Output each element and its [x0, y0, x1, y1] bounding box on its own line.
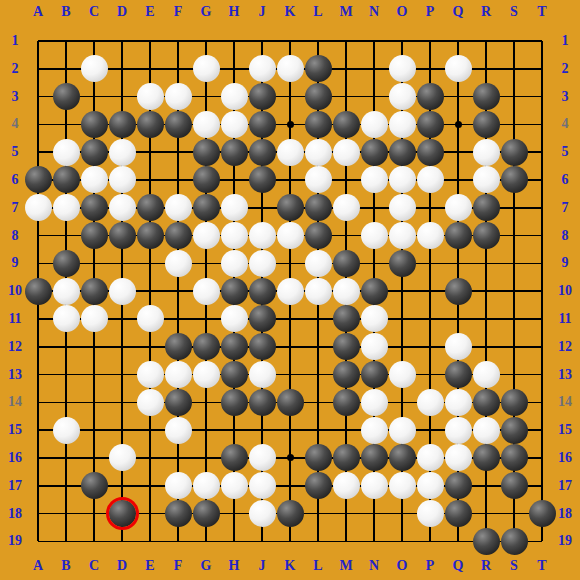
black-stone[interactable] — [25, 278, 52, 305]
black-stone[interactable] — [249, 139, 276, 166]
go-board[interactable] — [24, 27, 556, 555]
board-intersection-T4[interactable] — [528, 110, 556, 138]
board-intersection-O1[interactable] — [388, 27, 416, 55]
board-intersection-P19[interactable] — [416, 527, 444, 555]
board-intersection-F9[interactable] — [164, 249, 192, 277]
board-intersection-D12[interactable] — [108, 333, 136, 361]
board-intersection-H18[interactable] — [220, 500, 248, 528]
board-intersection-Q15[interactable] — [444, 416, 472, 444]
board-intersection-T10[interactable] — [528, 277, 556, 305]
board-intersection-N2[interactable] — [360, 55, 388, 83]
black-stone[interactable] — [473, 389, 500, 416]
board-intersection-L17[interactable] — [304, 472, 332, 500]
white-stone[interactable] — [333, 278, 360, 305]
white-stone[interactable] — [109, 194, 136, 221]
black-stone[interactable] — [221, 444, 248, 471]
board-intersection-K3[interactable] — [276, 83, 304, 111]
board-intersection-D11[interactable] — [108, 305, 136, 333]
board-intersection-D17[interactable] — [108, 472, 136, 500]
board-intersection-Q17[interactable] — [444, 472, 472, 500]
board-intersection-A8[interactable] — [24, 222, 52, 250]
board-intersection-Q9[interactable] — [444, 249, 472, 277]
black-stone[interactable] — [221, 333, 248, 360]
black-stone[interactable] — [277, 194, 304, 221]
board-intersection-J10[interactable] — [248, 277, 276, 305]
board-intersection-M10[interactable] — [332, 277, 360, 305]
black-stone[interactable] — [501, 417, 528, 444]
white-stone[interactable] — [305, 250, 332, 277]
board-intersection-L6[interactable] — [304, 166, 332, 194]
board-intersection-J4[interactable] — [248, 110, 276, 138]
black-stone[interactable] — [333, 250, 360, 277]
black-stone[interactable] — [305, 55, 332, 82]
white-stone[interactable] — [389, 472, 416, 499]
board-intersection-O3[interactable] — [388, 83, 416, 111]
white-stone[interactable] — [417, 166, 444, 193]
board-intersection-F18[interactable] — [164, 500, 192, 528]
board-intersection-E19[interactable] — [136, 527, 164, 555]
board-intersection-O8[interactable] — [388, 222, 416, 250]
board-intersection-Q7[interactable] — [444, 194, 472, 222]
white-stone[interactable] — [389, 55, 416, 82]
black-stone[interactable] — [445, 472, 472, 499]
board-intersection-M2[interactable] — [332, 55, 360, 83]
board-intersection-K11[interactable] — [276, 305, 304, 333]
black-stone[interactable] — [165, 389, 192, 416]
white-stone[interactable] — [249, 250, 276, 277]
board-intersection-R10[interactable] — [472, 277, 500, 305]
board-intersection-M13[interactable] — [332, 361, 360, 389]
board-intersection-F17[interactable] — [164, 472, 192, 500]
board-intersection-K8[interactable] — [276, 222, 304, 250]
board-intersection-R6[interactable] — [472, 166, 500, 194]
board-intersection-D9[interactable] — [108, 249, 136, 277]
black-stone[interactable] — [333, 361, 360, 388]
board-intersection-S16[interactable] — [500, 444, 528, 472]
board-intersection-C7[interactable] — [80, 194, 108, 222]
black-stone[interactable] — [529, 500, 556, 527]
board-intersection-B17[interactable] — [52, 472, 80, 500]
white-stone[interactable] — [473, 417, 500, 444]
board-intersection-R7[interactable] — [472, 194, 500, 222]
board-intersection-E2[interactable] — [136, 55, 164, 83]
board-intersection-A13[interactable] — [24, 361, 52, 389]
black-stone[interactable] — [81, 222, 108, 249]
black-stone[interactable] — [305, 222, 332, 249]
board-intersection-R18[interactable] — [472, 500, 500, 528]
black-stone[interactable] — [165, 500, 192, 527]
white-stone[interactable] — [53, 278, 80, 305]
white-stone[interactable] — [221, 222, 248, 249]
board-intersection-A18[interactable] — [24, 500, 52, 528]
black-stone[interactable] — [473, 111, 500, 138]
board-intersection-S10[interactable] — [500, 277, 528, 305]
black-stone[interactable] — [305, 444, 332, 471]
board-intersection-F15[interactable] — [164, 416, 192, 444]
black-stone[interactable] — [53, 166, 80, 193]
board-intersection-T1[interactable] — [528, 27, 556, 55]
white-stone[interactable] — [305, 139, 332, 166]
black-stone[interactable] — [221, 278, 248, 305]
white-stone[interactable] — [389, 417, 416, 444]
white-stone[interactable] — [361, 333, 388, 360]
board-intersection-E11[interactable] — [136, 305, 164, 333]
board-intersection-G5[interactable] — [192, 138, 220, 166]
white-stone[interactable] — [165, 83, 192, 110]
board-intersection-M7[interactable] — [332, 194, 360, 222]
board-intersection-J9[interactable] — [248, 249, 276, 277]
black-stone[interactable] — [445, 222, 472, 249]
white-stone[interactable] — [417, 222, 444, 249]
board-intersection-O4[interactable] — [388, 110, 416, 138]
board-intersection-N3[interactable] — [360, 83, 388, 111]
board-intersection-A16[interactable] — [24, 444, 52, 472]
white-stone[interactable] — [361, 111, 388, 138]
white-stone[interactable] — [361, 222, 388, 249]
white-stone[interactable] — [389, 111, 416, 138]
black-stone[interactable] — [109, 222, 136, 249]
board-intersection-Q10[interactable] — [444, 277, 472, 305]
board-intersection-T8[interactable] — [528, 222, 556, 250]
board-intersection-G2[interactable] — [192, 55, 220, 83]
black-stone[interactable] — [249, 278, 276, 305]
board-intersection-B16[interactable] — [52, 444, 80, 472]
board-intersection-F3[interactable] — [164, 83, 192, 111]
board-intersection-C4[interactable] — [80, 110, 108, 138]
black-stone[interactable] — [501, 166, 528, 193]
board-intersection-B14[interactable] — [52, 388, 80, 416]
white-stone[interactable] — [361, 166, 388, 193]
board-intersection-O2[interactable] — [388, 55, 416, 83]
board-intersection-B5[interactable] — [52, 138, 80, 166]
board-intersection-D7[interactable] — [108, 194, 136, 222]
white-stone[interactable] — [109, 139, 136, 166]
board-intersection-C9[interactable] — [80, 249, 108, 277]
board-intersection-P7[interactable] — [416, 194, 444, 222]
board-intersection-T2[interactable] — [528, 55, 556, 83]
board-intersection-R1[interactable] — [472, 27, 500, 55]
board-intersection-M15[interactable] — [332, 416, 360, 444]
white-stone[interactable] — [361, 472, 388, 499]
board-intersection-K13[interactable] — [276, 361, 304, 389]
board-intersection-T18[interactable] — [528, 500, 556, 528]
board-intersection-R13[interactable] — [472, 361, 500, 389]
board-intersection-M19[interactable] — [332, 527, 360, 555]
board-intersection-S7[interactable] — [500, 194, 528, 222]
white-stone[interactable] — [445, 389, 472, 416]
board-intersection-P15[interactable] — [416, 416, 444, 444]
white-stone[interactable] — [361, 389, 388, 416]
board-intersection-G7[interactable] — [192, 194, 220, 222]
board-intersection-F13[interactable] — [164, 361, 192, 389]
board-intersection-B1[interactable] — [52, 27, 80, 55]
board-intersection-K10[interactable] — [276, 277, 304, 305]
board-intersection-C1[interactable] — [80, 27, 108, 55]
board-intersection-G12[interactable] — [192, 333, 220, 361]
board-intersection-N11[interactable] — [360, 305, 388, 333]
board-intersection-M11[interactable] — [332, 305, 360, 333]
board-intersection-P9[interactable] — [416, 249, 444, 277]
white-stone[interactable] — [193, 111, 220, 138]
white-stone[interactable] — [249, 472, 276, 499]
white-stone[interactable] — [165, 194, 192, 221]
board-intersection-J13[interactable] — [248, 361, 276, 389]
board-intersection-M5[interactable] — [332, 138, 360, 166]
black-stone[interactable] — [333, 333, 360, 360]
board-intersection-S11[interactable] — [500, 305, 528, 333]
board-intersection-R3[interactable] — [472, 83, 500, 111]
board-intersection-B2[interactable] — [52, 55, 80, 83]
white-stone[interactable] — [361, 305, 388, 332]
white-stone[interactable] — [389, 222, 416, 249]
board-intersection-T16[interactable] — [528, 444, 556, 472]
white-stone[interactable] — [53, 139, 80, 166]
board-intersection-H19[interactable] — [220, 527, 248, 555]
board-intersection-T11[interactable] — [528, 305, 556, 333]
board-intersection-O12[interactable] — [388, 333, 416, 361]
black-stone[interactable] — [333, 305, 360, 332]
board-intersection-Q1[interactable] — [444, 27, 472, 55]
board-intersection-J11[interactable] — [248, 305, 276, 333]
board-intersection-H9[interactable] — [220, 249, 248, 277]
board-intersection-Q16[interactable] — [444, 444, 472, 472]
board-intersection-D19[interactable] — [108, 527, 136, 555]
board-intersection-G10[interactable] — [192, 277, 220, 305]
board-intersection-G9[interactable] — [192, 249, 220, 277]
board-intersection-E14[interactable] — [136, 388, 164, 416]
black-stone[interactable] — [81, 472, 108, 499]
black-stone[interactable] — [333, 444, 360, 471]
board-intersection-S14[interactable] — [500, 388, 528, 416]
board-intersection-B12[interactable] — [52, 333, 80, 361]
board-intersection-L7[interactable] — [304, 194, 332, 222]
black-stone[interactable] — [277, 389, 304, 416]
board-intersection-R2[interactable] — [472, 55, 500, 83]
white-stone[interactable] — [333, 472, 360, 499]
board-intersection-K6[interactable] — [276, 166, 304, 194]
board-intersection-C18[interactable] — [80, 500, 108, 528]
board-intersection-J18[interactable] — [248, 500, 276, 528]
black-stone[interactable] — [221, 389, 248, 416]
board-intersection-Q18[interactable] — [444, 500, 472, 528]
board-intersection-H12[interactable] — [220, 333, 248, 361]
black-stone[interactable] — [361, 278, 388, 305]
board-intersection-L12[interactable] — [304, 333, 332, 361]
board-intersection-S2[interactable] — [500, 55, 528, 83]
board-intersection-E3[interactable] — [136, 83, 164, 111]
white-stone[interactable] — [81, 55, 108, 82]
board-intersection-F19[interactable] — [164, 527, 192, 555]
black-stone[interactable] — [473, 194, 500, 221]
board-intersection-P8[interactable] — [416, 222, 444, 250]
black-stone[interactable] — [389, 444, 416, 471]
board-intersection-C13[interactable] — [80, 361, 108, 389]
board-intersection-L10[interactable] — [304, 277, 332, 305]
white-stone[interactable] — [417, 500, 444, 527]
board-intersection-T15[interactable] — [528, 416, 556, 444]
board-intersection-F11[interactable] — [164, 305, 192, 333]
white-stone[interactable] — [221, 472, 248, 499]
board-intersection-E5[interactable] — [136, 138, 164, 166]
board-intersection-E17[interactable] — [136, 472, 164, 500]
white-stone[interactable] — [305, 166, 332, 193]
board-intersection-H10[interactable] — [220, 277, 248, 305]
board-intersection-Q8[interactable] — [444, 222, 472, 250]
board-intersection-J7[interactable] — [248, 194, 276, 222]
board-intersection-M12[interactable] — [332, 333, 360, 361]
black-stone[interactable] — [445, 278, 472, 305]
board-intersection-Q5[interactable] — [444, 138, 472, 166]
white-stone[interactable] — [361, 417, 388, 444]
board-intersection-H15[interactable] — [220, 416, 248, 444]
board-intersection-Q11[interactable] — [444, 305, 472, 333]
board-intersection-K17[interactable] — [276, 472, 304, 500]
board-intersection-M16[interactable] — [332, 444, 360, 472]
board-intersection-O13[interactable] — [388, 361, 416, 389]
board-intersection-S17[interactable] — [500, 472, 528, 500]
black-stone[interactable] — [389, 139, 416, 166]
board-intersection-D1[interactable] — [108, 27, 136, 55]
board-intersection-M8[interactable] — [332, 222, 360, 250]
black-stone[interactable] — [221, 361, 248, 388]
white-stone[interactable] — [53, 305, 80, 332]
black-stone[interactable] — [417, 139, 444, 166]
board-intersection-M4[interactable] — [332, 110, 360, 138]
board-intersection-C3[interactable] — [80, 83, 108, 111]
board-intersection-H1[interactable] — [220, 27, 248, 55]
board-intersection-A12[interactable] — [24, 333, 52, 361]
board-intersection-H14[interactable] — [220, 388, 248, 416]
board-intersection-O6[interactable] — [388, 166, 416, 194]
board-intersection-B9[interactable] — [52, 249, 80, 277]
board-intersection-F7[interactable] — [164, 194, 192, 222]
board-intersection-N10[interactable] — [360, 277, 388, 305]
board-intersection-B4[interactable] — [52, 110, 80, 138]
board-intersection-E12[interactable] — [136, 333, 164, 361]
white-stone[interactable] — [249, 361, 276, 388]
black-stone[interactable] — [473, 222, 500, 249]
board-intersection-A14[interactable] — [24, 388, 52, 416]
board-intersection-J5[interactable] — [248, 138, 276, 166]
board-intersection-P11[interactable] — [416, 305, 444, 333]
white-stone[interactable] — [473, 139, 500, 166]
white-stone[interactable] — [221, 194, 248, 221]
board-intersection-O15[interactable] — [388, 416, 416, 444]
white-stone[interactable] — [53, 417, 80, 444]
board-intersection-R11[interactable] — [472, 305, 500, 333]
board-intersection-P1[interactable] — [416, 27, 444, 55]
board-intersection-N8[interactable] — [360, 222, 388, 250]
white-stone[interactable] — [137, 389, 164, 416]
black-stone[interactable] — [361, 361, 388, 388]
board-intersection-O7[interactable] — [388, 194, 416, 222]
board-intersection-G11[interactable] — [192, 305, 220, 333]
board-intersection-N12[interactable] — [360, 333, 388, 361]
white-stone[interactable] — [417, 444, 444, 471]
board-intersection-G6[interactable] — [192, 166, 220, 194]
black-stone[interactable] — [361, 444, 388, 471]
board-intersection-P16[interactable] — [416, 444, 444, 472]
board-intersection-L2[interactable] — [304, 55, 332, 83]
white-stone[interactable] — [109, 444, 136, 471]
board-intersection-G16[interactable] — [192, 444, 220, 472]
white-stone[interactable] — [389, 166, 416, 193]
board-intersection-R17[interactable] — [472, 472, 500, 500]
white-stone[interactable] — [165, 472, 192, 499]
board-intersection-S6[interactable] — [500, 166, 528, 194]
board-intersection-L4[interactable] — [304, 110, 332, 138]
black-stone[interactable] — [193, 194, 220, 221]
board-intersection-E8[interactable] — [136, 222, 164, 250]
board-intersection-L14[interactable] — [304, 388, 332, 416]
board-intersection-M17[interactable] — [332, 472, 360, 500]
board-intersection-L5[interactable] — [304, 138, 332, 166]
black-stone[interactable] — [249, 111, 276, 138]
board-intersection-L1[interactable] — [304, 27, 332, 55]
board-intersection-F2[interactable] — [164, 55, 192, 83]
board-intersection-S15[interactable] — [500, 416, 528, 444]
board-intersection-L15[interactable] — [304, 416, 332, 444]
black-stone[interactable] — [81, 111, 108, 138]
board-intersection-D16[interactable] — [108, 444, 136, 472]
black-stone[interactable] — [501, 389, 528, 416]
white-stone[interactable] — [25, 194, 52, 221]
board-intersection-D10[interactable] — [108, 277, 136, 305]
black-stone[interactable] — [137, 111, 164, 138]
board-intersection-G17[interactable] — [192, 472, 220, 500]
board-intersection-B15[interactable] — [52, 416, 80, 444]
board-intersection-J2[interactable] — [248, 55, 276, 83]
board-intersection-L9[interactable] — [304, 249, 332, 277]
board-intersection-N6[interactable] — [360, 166, 388, 194]
board-intersection-B18[interactable] — [52, 500, 80, 528]
board-intersection-Q6[interactable] — [444, 166, 472, 194]
board-intersection-T13[interactable] — [528, 361, 556, 389]
board-intersection-M1[interactable] — [332, 27, 360, 55]
board-intersection-K2[interactable] — [276, 55, 304, 83]
board-intersection-F14[interactable] — [164, 388, 192, 416]
board-intersection-L8[interactable] — [304, 222, 332, 250]
board-intersection-H3[interactable] — [220, 83, 248, 111]
board-intersection-C10[interactable] — [80, 277, 108, 305]
white-stone[interactable] — [165, 361, 192, 388]
board-intersection-E4[interactable] — [136, 110, 164, 138]
board-intersection-R19[interactable] — [472, 527, 500, 555]
black-stone[interactable] — [305, 83, 332, 110]
board-intersection-K15[interactable] — [276, 416, 304, 444]
board-intersection-K14[interactable] — [276, 388, 304, 416]
black-stone[interactable] — [501, 528, 528, 555]
board-intersection-A5[interactable] — [24, 138, 52, 166]
board-intersection-D6[interactable] — [108, 166, 136, 194]
board-intersection-E7[interactable] — [136, 194, 164, 222]
board-intersection-C15[interactable] — [80, 416, 108, 444]
board-intersection-A17[interactable] — [24, 472, 52, 500]
board-intersection-C6[interactable] — [80, 166, 108, 194]
black-stone[interactable] — [445, 361, 472, 388]
black-stone[interactable] — [137, 194, 164, 221]
board-intersection-R15[interactable] — [472, 416, 500, 444]
board-intersection-K4[interactable] — [276, 110, 304, 138]
white-stone[interactable] — [221, 111, 248, 138]
board-intersection-J17[interactable] — [248, 472, 276, 500]
board-intersection-D3[interactable] — [108, 83, 136, 111]
board-intersection-N14[interactable] — [360, 388, 388, 416]
white-stone[interactable] — [137, 305, 164, 332]
board-intersection-O18[interactable] — [388, 500, 416, 528]
board-intersection-N4[interactable] — [360, 110, 388, 138]
black-stone[interactable] — [305, 472, 332, 499]
